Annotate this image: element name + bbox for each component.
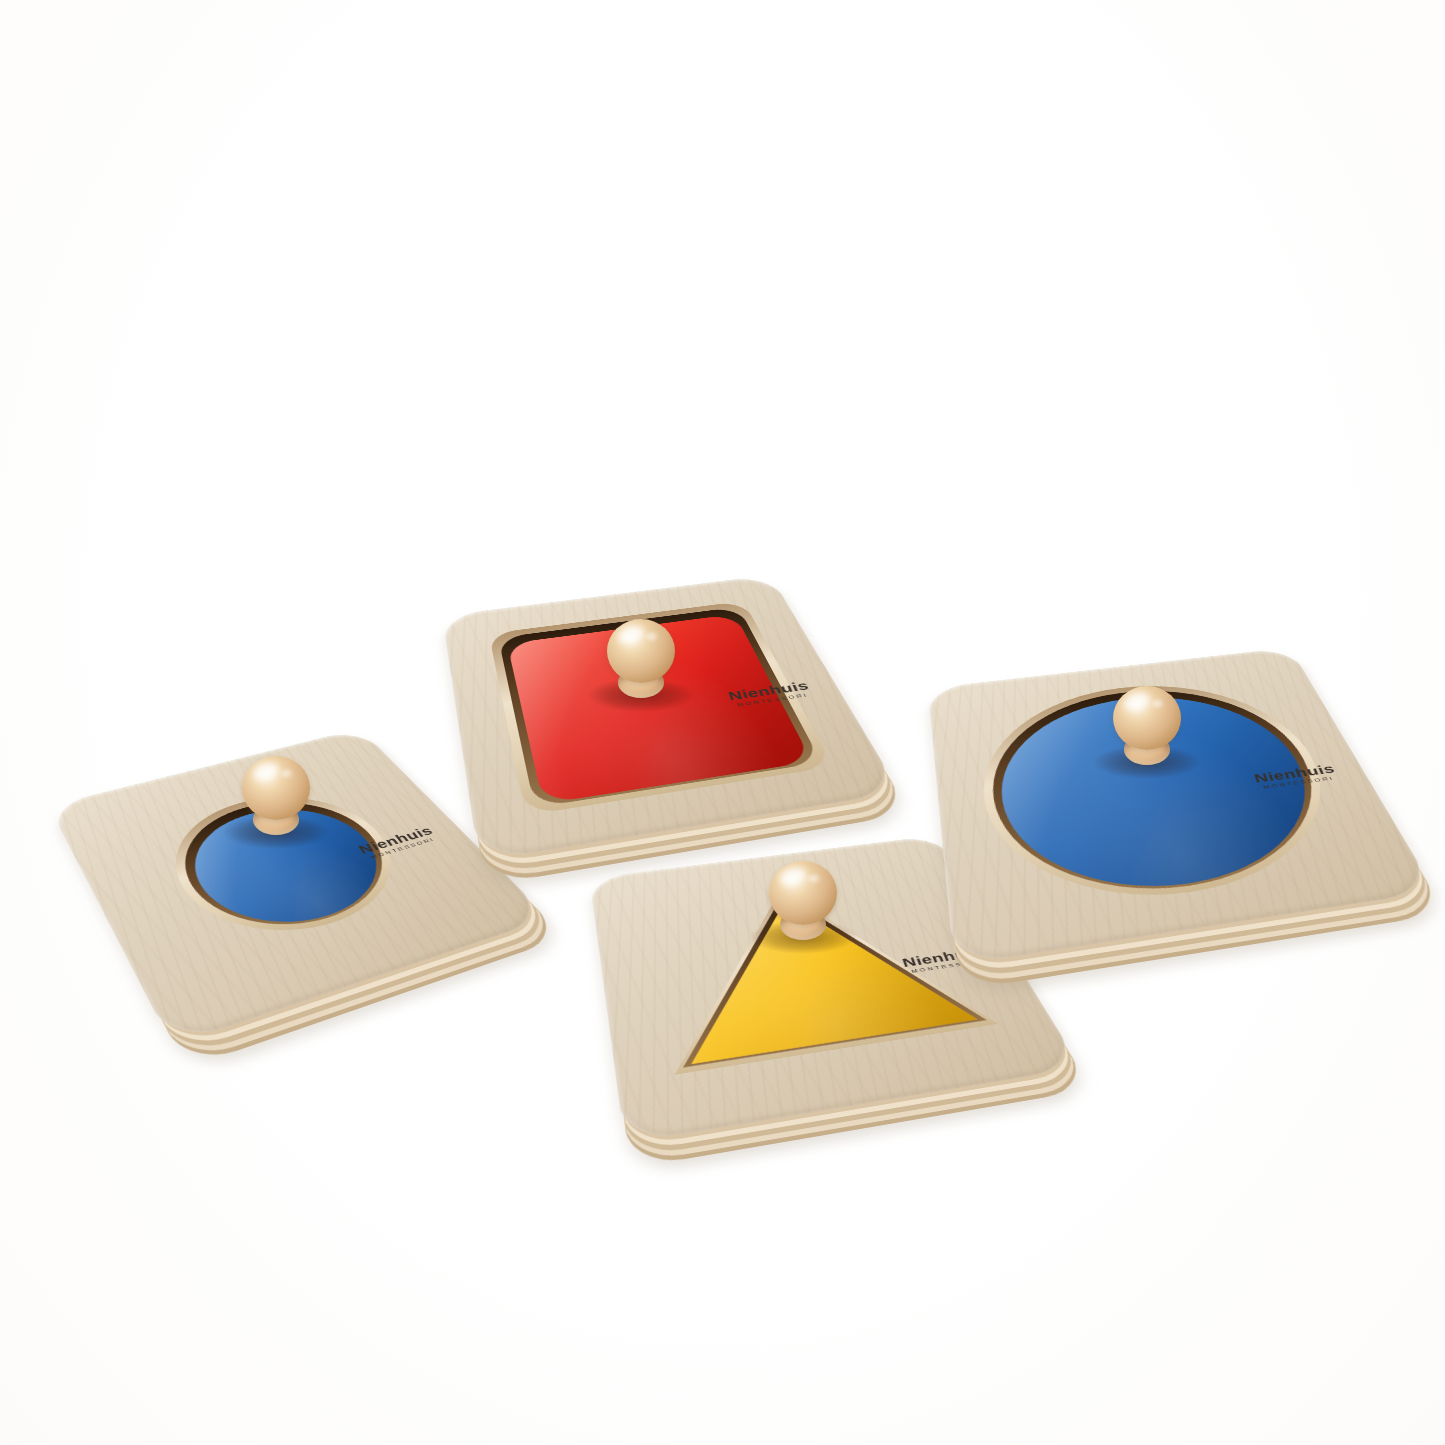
scene: Nienhuis MONTESSORI Nienhuis MONTESSORI bbox=[0, 0, 1445, 1445]
knob-ball bbox=[1113, 686, 1181, 750]
wooden-board-base: Nienhuis MONTESSORI bbox=[928, 647, 1435, 965]
knob-ball bbox=[242, 756, 310, 820]
knob-ball bbox=[769, 861, 837, 925]
wooden-board-base: Nienhuis MONTESSORI bbox=[442, 575, 900, 862]
knob-ball bbox=[607, 619, 675, 683]
